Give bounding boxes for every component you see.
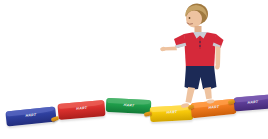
child-head — [185, 4, 208, 34]
connector-peg — [51, 116, 60, 122]
child-figure — [158, 2, 234, 114]
neck — [195, 26, 202, 33]
left-leg — [186, 87, 196, 103]
balance-beam-purple: HART — [233, 94, 268, 111]
hart-logo: HART — [76, 106, 87, 110]
right-forearm — [216, 46, 221, 65]
button — [199, 41, 201, 43]
left-foot — [180, 103, 189, 109]
hart-logo: HART — [247, 99, 258, 103]
button — [199, 45, 201, 47]
child-shorts — [185, 66, 217, 89]
hart-logo: HART — [25, 113, 36, 118]
balance-beam-red: HART — [57, 100, 105, 120]
eye — [189, 17, 191, 19]
right-leg — [204, 87, 212, 99]
face — [186, 11, 202, 28]
child-legs — [180, 87, 214, 108]
scene: HART HART HART HART HART HART — [0, 0, 268, 139]
balance-beam-blue: HART — [5, 106, 56, 126]
right-foot — [206, 99, 214, 104]
hart-logo: HART — [123, 103, 135, 107]
